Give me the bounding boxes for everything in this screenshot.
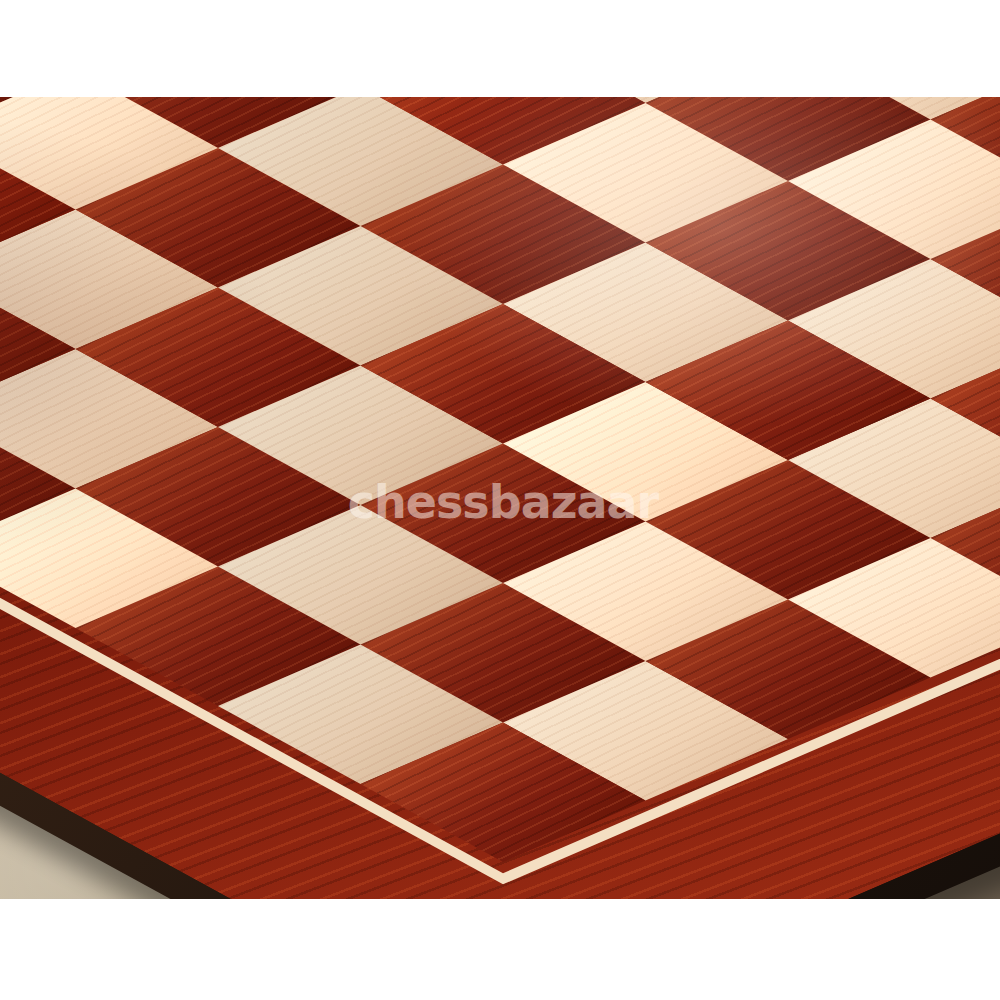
board-photo: chessbazaar [0, 97, 1000, 899]
letterbox-top [0, 0, 1000, 97]
photo-canvas: chessbazaar [0, 0, 1000, 1000]
letterbox-bottom [0, 899, 1000, 1000]
watermark-text: chessbazaar [348, 475, 658, 529]
